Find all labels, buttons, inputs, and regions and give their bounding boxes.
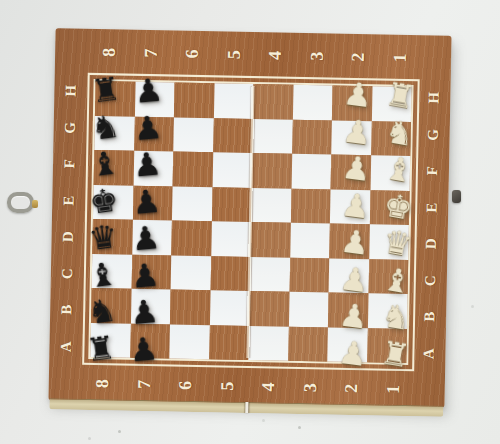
file-label-f: F (414, 157, 451, 185)
square-g5[interactable] (213, 118, 253, 153)
piece-white-pawn-h2[interactable]: ♟ (342, 77, 375, 112)
square-h5[interactable] (213, 83, 253, 118)
dust-speck (118, 430, 121, 433)
rank-label-2: 2 (339, 36, 376, 78)
piece-black-pawn-b7[interactable]: ♟ (128, 295, 159, 329)
piece-black-pawn-g7[interactable]: ♟ (132, 111, 163, 145)
rank-label-6: 6 (173, 33, 210, 75)
square-e4[interactable] (251, 188, 291, 223)
piece-white-bishop-f1[interactable]: ♝ (382, 151, 416, 187)
square-g4[interactable] (252, 119, 292, 154)
square-e8[interactable]: ♚ (93, 184, 133, 219)
square-g3[interactable] (292, 119, 332, 154)
piece-black-rook-h8[interactable]: ♜ (90, 72, 123, 108)
square-a5[interactable] (209, 325, 249, 360)
piece-white-queen-d1[interactable]: ♛ (381, 225, 415, 261)
piece-black-rook-a8[interactable]: ♜ (85, 331, 118, 367)
square-g6[interactable] (173, 117, 213, 152)
piece-black-pawn-e7[interactable]: ♟ (131, 184, 162, 218)
square-d7[interactable]: ♟ (132, 220, 172, 255)
square-a6[interactable] (169, 324, 209, 359)
square-b4[interactable] (249, 291, 289, 326)
square-h4[interactable] (253, 84, 293, 119)
square-d1[interactable]: ♛ (369, 224, 409, 259)
square-e5[interactable] (211, 187, 251, 222)
square-h3[interactable] (292, 85, 332, 120)
rank-label-1: 1 (381, 37, 418, 79)
dust-speck (298, 426, 301, 429)
file-label-b: B (48, 296, 85, 324)
square-d2[interactable]: ♟ (329, 224, 369, 259)
piece-black-pawn-d7[interactable]: ♟ (130, 221, 161, 255)
play-area: ♜♟♟♜♞♟♟♞♝♟♟♝♚♟♟♚♛♟♟♛♝♟♟♝♞♟♟♞♜♟♟♜ (82, 73, 420, 371)
piece-white-rook-h1[interactable]: ♜ (383, 78, 417, 114)
photo-backdrop: 87654321 87654321 HGFEDCBA HGFEDCBA ♜♟♟♜… (0, 0, 500, 444)
piece-white-pawn-b2[interactable]: ♟ (338, 299, 371, 334)
file-labels-left: HGFEDCBA (52, 72, 85, 364)
square-c5[interactable] (210, 256, 250, 291)
latch-icon (7, 192, 34, 213)
piece-white-pawn-d2[interactable]: ♟ (339, 225, 372, 260)
piece-white-rook-a1[interactable]: ♜ (378, 336, 412, 372)
dust-speck (471, 305, 474, 308)
file-label-g: G (52, 113, 89, 141)
file-label-e: E (50, 186, 87, 214)
board-grid: ♜♟♟♜♞♟♟♞♝♟♟♝♚♟♟♚♛♟♟♛♝♟♟♝♞♟♟♞♜♟♟♜ (88, 79, 413, 365)
piece-black-pawn-h7[interactable]: ♟ (133, 74, 164, 108)
piece-white-pawn-a2[interactable]: ♟ (337, 336, 370, 371)
file-label-c: C (412, 266, 449, 294)
square-e2[interactable]: ♟ (330, 189, 370, 224)
square-h6[interactable] (174, 83, 214, 118)
square-e3[interactable] (290, 188, 330, 223)
square-e6[interactable] (172, 186, 212, 221)
piece-white-pawn-e2[interactable]: ♟ (340, 188, 373, 223)
piece-black-bishop-c8[interactable]: ♝ (87, 257, 120, 293)
square-c3[interactable] (289, 257, 329, 292)
plywood-edge (49, 398, 443, 417)
square-c1[interactable]: ♝ (368, 259, 408, 294)
piece-white-pawn-g2[interactable]: ♟ (341, 114, 374, 149)
square-e1[interactable]: ♚ (369, 190, 409, 225)
square-d5[interactable] (211, 221, 251, 256)
square-c8[interactable]: ♝ (92, 253, 132, 288)
piece-black-king-e8[interactable]: ♚ (88, 183, 121, 219)
square-f6[interactable] (173, 152, 213, 187)
square-b8[interactable]: ♞ (91, 288, 131, 323)
piece-black-pawn-c7[interactable]: ♟ (129, 258, 160, 292)
file-label-b: B (411, 303, 448, 331)
piece-black-bishop-f8[interactable]: ♝ (89, 146, 122, 182)
piece-black-knight-b8[interactable]: ♞ (86, 294, 119, 330)
piece-white-knight-b1[interactable]: ♞ (379, 299, 413, 335)
file-label-h: H (52, 77, 89, 105)
file-label-d: D (413, 230, 450, 258)
chess-board: 87654321 87654321 HGFEDCBA HGFEDCBA ♜♟♟♜… (48, 28, 451, 408)
square-d8[interactable]: ♛ (92, 219, 132, 254)
square-c7[interactable]: ♟ (131, 254, 171, 289)
dust-speck (262, 419, 265, 422)
piece-black-pawn-f7[interactable]: ♟ (131, 147, 162, 181)
square-a3[interactable] (288, 326, 328, 361)
square-f7[interactable]: ♟ (133, 151, 173, 186)
rank-label-4: 4 (256, 34, 293, 76)
rank-label-8: 8 (91, 31, 128, 73)
dust-speck (88, 437, 91, 440)
rank-label-7: 7 (132, 32, 169, 74)
square-c6[interactable] (171, 255, 211, 290)
file-label-a: A (47, 332, 84, 360)
rank-label-3: 3 (298, 35, 335, 77)
square-b2[interactable]: ♟ (328, 293, 368, 328)
square-a4[interactable] (248, 325, 288, 360)
square-b1[interactable]: ♞ (367, 293, 407, 328)
square-d6[interactable] (171, 221, 211, 256)
square-c4[interactable] (250, 257, 290, 292)
piece-white-pawn-f2[interactable]: ♟ (341, 151, 374, 186)
square-d4[interactable] (250, 222, 290, 257)
piece-white-pawn-c2[interactable]: ♟ (339, 262, 372, 297)
rank-label-5: 5 (215, 34, 252, 76)
square-b6[interactable] (170, 289, 210, 324)
piece-black-queen-d8[interactable]: ♛ (87, 220, 120, 256)
file-label-h: H (415, 84, 452, 112)
file-label-f: F (51, 150, 88, 178)
file-label-e: E (413, 193, 450, 221)
square-b5[interactable] (209, 290, 249, 325)
file-label-c: C (49, 259, 86, 287)
piece-black-pawn-a7[interactable]: ♟ (128, 332, 159, 366)
piece-white-king-e1[interactable]: ♚ (381, 188, 415, 224)
square-b7[interactable]: ♟ (130, 289, 170, 324)
file-label-g: G (415, 120, 452, 148)
piece-white-knight-g1[interactable]: ♞ (383, 115, 417, 151)
rank-labels-top: 87654321 (88, 34, 421, 76)
file-label-a: A (410, 339, 447, 367)
hinge-pin-icon (452, 190, 461, 203)
piece-white-bishop-c1[interactable]: ♝ (380, 262, 414, 298)
square-d3[interactable] (290, 223, 330, 258)
file-labels-right: HGFEDCBA (415, 79, 448, 371)
square-e7[interactable]: ♟ (132, 185, 172, 220)
square-f2[interactable]: ♟ (331, 155, 371, 190)
square-f5[interactable] (212, 152, 252, 187)
square-b3[interactable] (288, 292, 328, 327)
square-f3[interactable] (291, 154, 331, 189)
square-c2[interactable]: ♟ (329, 258, 369, 293)
file-label-d: D (50, 223, 87, 251)
square-f4[interactable] (252, 153, 292, 188)
piece-black-knight-g8[interactable]: ♞ (89, 109, 122, 145)
